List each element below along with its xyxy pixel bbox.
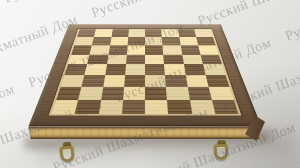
board-square [75, 100, 101, 114]
board-square [187, 87, 211, 100]
board-square [98, 100, 123, 114]
latch-loop [214, 144, 229, 161]
board-square [85, 64, 107, 75]
board-square [162, 37, 180, 45]
board-square [145, 87, 167, 100]
board-square [212, 100, 239, 114]
board-square [145, 64, 165, 75]
board-square [163, 54, 183, 64]
board-square [194, 29, 213, 37]
board-square [56, 87, 81, 100]
board-square [179, 37, 198, 45]
box-front-side [28, 126, 261, 139]
board-square [125, 64, 145, 75]
brass-latch-right [213, 140, 230, 163]
board-square [61, 75, 85, 87]
board-square [185, 75, 208, 87]
board-square [90, 45, 110, 54]
board-square [78, 87, 102, 100]
board-square [145, 45, 163, 54]
board-square [183, 64, 205, 75]
board-square [196, 37, 216, 45]
board-scene [28, 0, 262, 150]
photo-stage: Русский Шахматный Дом Русский Шахматный … [0, 0, 300, 168]
board-square [82, 75, 105, 87]
brass-latch-left [59, 141, 78, 165]
board-square [124, 75, 145, 87]
board-square [126, 54, 145, 64]
board-square [103, 75, 125, 87]
board-square [101, 87, 124, 100]
board-square [92, 37, 111, 45]
board-square [167, 100, 192, 114]
board-square [178, 29, 196, 37]
board-square [110, 37, 128, 45]
board-square [208, 87, 233, 100]
board-square [200, 54, 222, 64]
board-square [127, 45, 145, 54]
board-square [205, 75, 229, 87]
board-square [145, 29, 162, 37]
board-square [145, 75, 166, 87]
board-square [123, 87, 145, 100]
board-square [182, 54, 203, 64]
board-square [127, 37, 145, 45]
board-square [105, 64, 126, 75]
board-square [94, 29, 112, 37]
chess-box [28, 24, 261, 126]
board-square [145, 100, 168, 114]
board-square [111, 29, 129, 37]
board-square [145, 37, 163, 45]
chess-board [28, 24, 261, 126]
board-square [163, 45, 182, 54]
board-grid [49, 29, 242, 116]
board-square [198, 45, 219, 54]
board-square [180, 45, 200, 54]
latch-loop [59, 145, 75, 163]
board-square [189, 100, 215, 114]
board-square [165, 75, 187, 87]
board-square [161, 29, 179, 37]
board-square [166, 87, 189, 100]
board-square [52, 100, 79, 114]
board-square [128, 29, 145, 37]
board-square [65, 64, 88, 75]
board-square [87, 54, 108, 64]
board-square [203, 64, 226, 75]
board-square [145, 54, 164, 64]
board-square [107, 54, 127, 64]
board-square [122, 100, 145, 114]
board-square [164, 64, 185, 75]
board-square [108, 45, 127, 54]
